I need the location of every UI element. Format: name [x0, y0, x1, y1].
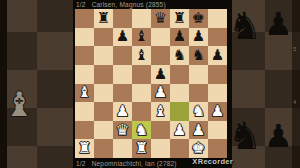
- square-g6[interactable]: ♞: [189, 46, 208, 65]
- piece-black-bishop: ♝: [135, 48, 148, 63]
- square-h8[interactable]: [208, 9, 227, 28]
- square-a3[interactable]: [75, 102, 94, 121]
- square-d5[interactable]: [132, 65, 151, 84]
- top-player-bar: 1/2 Carlsen, Magnus (2855): [73, 0, 232, 9]
- piece-black-bishop: ♝: [135, 29, 148, 44]
- square-f1[interactable]: [170, 139, 189, 158]
- right-edge-shade: [292, 0, 300, 168]
- piece-black-knight: ♞: [173, 48, 186, 63]
- square-a6[interactable]: [75, 46, 94, 65]
- square-d3[interactable]: [132, 102, 151, 121]
- bg-pawn-icon: ♟: [264, 120, 293, 152]
- square-h7[interactable]: [208, 28, 227, 47]
- piece-white-bishop: ♝: [78, 85, 91, 100]
- piece-white-pawn: ♟: [192, 122, 205, 137]
- square-a7[interactable]: [75, 28, 94, 47]
- square-c8[interactable]: [113, 9, 132, 28]
- piece-black-pawn: ♟: [116, 29, 129, 44]
- square-a2[interactable]: [75, 121, 94, 140]
- square-e3[interactable]: ♝: [151, 102, 170, 121]
- piece-white-pawn: ♟: [116, 103, 129, 118]
- piece-white-pawn: ♟: [173, 122, 186, 137]
- square-h2[interactable]: [208, 121, 227, 140]
- bg-rank-digit: 5: [293, 46, 296, 52]
- square-h1[interactable]: [208, 139, 227, 158]
- square-c6[interactable]: [113, 46, 132, 65]
- square-c3[interactable]: ♟: [113, 102, 132, 121]
- square-h5[interactable]: [208, 65, 227, 84]
- top-player-name: Carlsen, Magnus (2855): [92, 1, 166, 8]
- square-e5[interactable]: ♟: [151, 65, 170, 84]
- square-g2[interactable]: ♟: [189, 121, 208, 140]
- square-c7[interactable]: ♟: [113, 28, 132, 47]
- bg-rank-digit: 4: [293, 99, 296, 105]
- xrecorder-watermark: XRecorder: [192, 157, 233, 166]
- square-g8[interactable]: ♚: [189, 9, 208, 28]
- piece-white-pawn: ♟: [154, 85, 167, 100]
- square-b2[interactable]: [94, 121, 113, 140]
- square-e4[interactable]: ♟: [151, 84, 170, 103]
- bottom-player-name: Nepomniachtchi, Ian (2782): [92, 160, 177, 167]
- piece-white-pawn: ♟: [211, 103, 224, 118]
- piece-black-rook: ♜: [97, 10, 110, 25]
- square-b6[interactable]: [94, 46, 113, 65]
- piece-black-rook: ♜: [173, 10, 186, 25]
- bottom-player-score: 1/2: [76, 160, 86, 167]
- square-c2[interactable]: ♛: [113, 121, 132, 140]
- piece-white-knight: ♞: [192, 103, 205, 118]
- square-g1[interactable]: ♚: [189, 139, 208, 158]
- square-d1[interactable]: ♜: [132, 139, 151, 158]
- square-b3[interactable]: [94, 102, 113, 121]
- square-g7[interactable]: ♟: [189, 28, 208, 47]
- square-h3[interactable]: ♟: [208, 102, 227, 121]
- top-player-score: 1/2: [76, 1, 86, 8]
- piece-black-knight: ♞: [192, 48, 205, 63]
- square-e8[interactable]: ♛: [151, 9, 170, 28]
- piece-black-pawn: ♟: [173, 29, 186, 44]
- square-b7[interactable]: [94, 28, 113, 47]
- square-d7[interactable]: ♝: [132, 28, 151, 47]
- square-d8[interactable]: [132, 9, 151, 28]
- square-e7[interactable]: [151, 28, 170, 47]
- chess-board[interactable]: ♜♛♜♚♟♝♟♟♝♞♞♟♟♝♟♟♝♞♟♛♞♟♟♜♜♚: [75, 9, 227, 158]
- screenshot-stage: ♝♞♟♞♟854 1/2 Carlsen, Magnus (2855) ♜♛♜♚…: [0, 0, 300, 168]
- square-f4[interactable]: [170, 84, 189, 103]
- piece-white-king: ♚: [192, 141, 205, 156]
- square-a1[interactable]: ♜: [75, 139, 94, 158]
- square-f6[interactable]: ♞: [170, 46, 189, 65]
- square-f5[interactable]: [170, 65, 189, 84]
- square-a8[interactable]: [75, 9, 94, 28]
- bg-knight-icon: ♞: [228, 117, 262, 155]
- bg-knight-icon: ♞: [228, 7, 262, 45]
- square-h4[interactable]: [208, 84, 227, 103]
- square-g4[interactable]: [189, 84, 208, 103]
- piece-white-knight: ♞: [135, 122, 148, 137]
- square-g3[interactable]: ♞: [189, 102, 208, 121]
- square-c1[interactable]: [113, 139, 132, 158]
- square-e6[interactable]: [151, 46, 170, 65]
- square-b5[interactable]: [94, 65, 113, 84]
- piece-black-queen: ♛: [154, 10, 167, 25]
- square-g5[interactable]: [189, 65, 208, 84]
- piece-white-bishop: ♝: [154, 103, 167, 118]
- square-d6[interactable]: ♝: [132, 46, 151, 65]
- square-d2[interactable]: ♞: [132, 121, 151, 140]
- square-c5[interactable]: [113, 65, 132, 84]
- piece-black-pawn: ♟: [192, 29, 205, 44]
- square-b8[interactable]: ♜: [94, 9, 113, 28]
- piece-white-rook: ♜: [78, 141, 91, 156]
- square-f8[interactable]: ♜: [170, 9, 189, 28]
- piece-black-pawn: ♟: [211, 48, 224, 63]
- piece-white-queen: ♛: [116, 122, 129, 137]
- square-f2[interactable]: ♟: [170, 121, 189, 140]
- square-e2[interactable]: [151, 121, 170, 140]
- square-d4[interactable]: [132, 84, 151, 103]
- square-b4[interactable]: [94, 84, 113, 103]
- square-e1[interactable]: [151, 139, 170, 158]
- square-c4[interactable]: [113, 84, 132, 103]
- square-b1[interactable]: [94, 139, 113, 158]
- piece-black-pawn: ♟: [154, 66, 167, 81]
- bg-bishop-icon: ♝: [4, 87, 34, 121]
- bg-pawn-icon: ♟: [264, 8, 293, 40]
- square-f7[interactable]: ♟: [170, 28, 189, 47]
- piece-white-rook: ♜: [135, 141, 148, 156]
- square-a4[interactable]: ♝: [75, 84, 94, 103]
- square-h6[interactable]: ♟: [208, 46, 227, 65]
- piece-black-king: ♚: [192, 10, 205, 25]
- square-a5[interactable]: [75, 65, 94, 84]
- square-f3[interactable]: [170, 102, 189, 121]
